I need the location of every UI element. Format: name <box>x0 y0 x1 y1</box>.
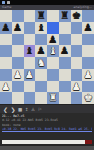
black-pawn-h7: ♟ <box>84 22 93 34</box>
square-f1[interactable] <box>59 92 71 104</box>
black-bishop-d7: ♝ <box>37 22 46 34</box>
white-rook-e1: ♜ <box>48 92 57 104</box>
square-e7[interactable] <box>47 22 59 34</box>
square-e1[interactable]: ♜ <box>47 92 59 104</box>
square-c4[interactable] <box>24 57 36 69</box>
square-h8[interactable] <box>82 10 94 22</box>
square-e8[interactable] <box>47 10 59 22</box>
square-d8[interactable]: ♜ <box>35 10 47 22</box>
square-c6[interactable] <box>24 34 36 46</box>
engine-console[interactable]: 21... Be7-c5d:12 +0.41 22.Nb5 Bxb5 23.Rx… <box>0 113 94 140</box>
square-a1[interactable] <box>0 92 12 104</box>
square-c3[interactable]: ♟ <box>24 69 36 81</box>
square-f3[interactable] <box>59 69 71 81</box>
square-g5[interactable] <box>71 45 83 57</box>
square-d7[interactable]: ♝ <box>35 22 47 34</box>
square-f2[interactable] <box>59 81 71 93</box>
square-a4[interactable] <box>0 57 12 69</box>
square-d1[interactable] <box>35 92 47 104</box>
square-b5[interactable] <box>12 45 24 57</box>
square-f4[interactable] <box>59 57 71 69</box>
black-rook-d8: ♜ <box>37 10 46 22</box>
square-h6[interactable] <box>82 34 94 46</box>
square-c2[interactable] <box>24 81 36 93</box>
square-h1[interactable]: ♚ <box>82 92 94 104</box>
square-h3[interactable]: ♟ <box>82 69 94 81</box>
white-pawn-c3: ♟ <box>25 69 34 81</box>
square-d3[interactable] <box>35 69 47 81</box>
square-e6[interactable]: ♟ <box>47 34 59 46</box>
square-b1[interactable] <box>12 92 24 104</box>
square-e5[interactable]: ♝ <box>47 45 59 57</box>
square-f8[interactable]: ♜ <box>59 10 71 22</box>
square-g4[interactable] <box>71 57 83 69</box>
square-f5[interactable]: ♟ <box>59 45 71 57</box>
square-h4[interactable] <box>82 57 94 69</box>
square-e3[interactable] <box>47 69 59 81</box>
square-g1[interactable] <box>71 92 83 104</box>
chess-board[interactable]: ♜♜♚♟♟♝♟♟♝♟♝♟♞♟♟♟♟♟♜♚ <box>0 10 94 104</box>
console-link-line[interactable]: +0.38 22. Nb5 Bxb5 23. Bxb5 Rc8 24. Red1… <box>2 127 92 131</box>
square-b3[interactable]: ♟ <box>12 69 24 81</box>
white-knight-d4: ♞ <box>37 57 46 69</box>
square-a6[interactable] <box>0 34 12 46</box>
engine-progress-bar <box>2 140 92 144</box>
square-b8[interactable] <box>12 10 24 22</box>
black-pawn-d5: ♟ <box>37 45 46 57</box>
square-g3[interactable] <box>71 69 83 81</box>
notification-icon-2 <box>7 1 10 4</box>
square-c8[interactable] <box>24 10 36 22</box>
square-h5[interactable] <box>82 45 94 57</box>
square-g7[interactable] <box>71 22 83 34</box>
square-g2[interactable]: ♟ <box>71 81 83 93</box>
bottom-strip <box>0 146 94 150</box>
white-pawn-a2: ♟ <box>1 81 10 93</box>
square-h7[interactable]: ♟ <box>82 22 94 34</box>
black-rook-f8: ♜ <box>60 10 69 22</box>
square-e4[interactable] <box>47 57 59 69</box>
square-c5[interactable]: ♝ <box>24 45 36 57</box>
black-pawn-e6: ♟ <box>48 34 57 46</box>
square-a7[interactable]: ♟ <box>0 22 12 34</box>
square-d2[interactable] <box>35 81 47 93</box>
chess-app-window: Game analyzing… ♜♜♚♟♟♝♟♟♝♟♝♟♞♟♟♟♟♟♜♚ ❮❯■… <box>0 0 94 150</box>
white-pawn-g2: ♟ <box>72 81 81 93</box>
square-f7[interactable] <box>59 22 71 34</box>
square-b4[interactable] <box>12 57 24 69</box>
square-d5[interactable]: ♟ <box>35 45 47 57</box>
black-pawn-f5: ♟ <box>60 45 69 57</box>
square-d4[interactable]: ♞ <box>35 57 47 69</box>
square-g6[interactable] <box>71 34 83 46</box>
black-bishop-c5: ♝ <box>25 45 34 57</box>
nav-toolbar: ❮❯■↥♙⚐ <box>0 104 94 113</box>
square-a3[interactable] <box>0 69 12 81</box>
square-b2[interactable] <box>12 81 24 93</box>
white-king-h1: ♚ <box>84 92 93 104</box>
square-b7[interactable]: ♟ <box>12 22 24 34</box>
white-pawn-h3: ♟ <box>84 69 93 81</box>
black-pawn-a7: ♟ <box>1 22 10 34</box>
square-c1[interactable] <box>24 92 36 104</box>
square-b6[interactable] <box>12 34 24 46</box>
black-pawn-b7: ♟ <box>13 22 22 34</box>
white-bishop-e5: ♝ <box>48 45 57 57</box>
engine-progress-fill <box>85 140 92 144</box>
square-d6[interactable] <box>35 34 47 46</box>
square-e2[interactable] <box>47 81 59 93</box>
white-pawn-b3: ♟ <box>13 69 22 81</box>
square-a5[interactable] <box>0 45 12 57</box>
square-c7[interactable] <box>24 22 36 34</box>
square-a2[interactable]: ♟ <box>0 81 12 93</box>
square-h2[interactable] <box>82 81 94 93</box>
black-king-g8: ♚ <box>72 10 81 22</box>
square-f6[interactable] <box>59 34 71 46</box>
square-a8[interactable] <box>0 10 12 22</box>
notification-icon-1 <box>2 1 5 4</box>
square-g8[interactable]: ♚ <box>71 10 83 22</box>
